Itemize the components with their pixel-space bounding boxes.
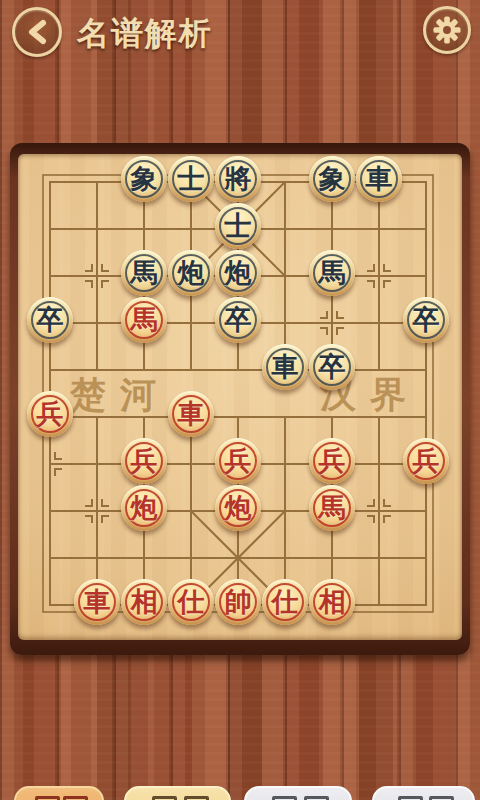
piece-black-pawn[interactable]: 卒 <box>27 297 73 343</box>
piece-character: 相 <box>309 579 355 625</box>
piece-black-pawn[interactable]: 卒 <box>403 297 449 343</box>
piece-red-cannon[interactable]: 炮 <box>215 485 261 531</box>
piece-character: 象 <box>309 156 355 202</box>
piece-black-chariot[interactable]: 車 <box>262 344 308 390</box>
piece-character: 炮 <box>168 250 214 296</box>
piece-black-elephant[interactable]: 象 <box>309 156 355 202</box>
piece-character: 車 <box>74 579 120 625</box>
piece-character: 將 <box>215 156 261 202</box>
piece-black-advisor[interactable]: 士 <box>168 156 214 202</box>
piece-red-pawn[interactable]: 兵 <box>27 391 73 437</box>
piece-red-elephant[interactable]: 相 <box>309 579 355 625</box>
piece-red-pawn[interactable]: 兵 <box>309 438 355 484</box>
piece-black-horse[interactable]: 馬 <box>121 250 167 296</box>
piece-character: 車 <box>262 344 308 390</box>
pieces-layer: 象士將象車士馬炮炮馬卒馬卒卒車卒兵車兵兵兵兵炮炮馬車相仕帥仕相 <box>18 154 462 640</box>
xiangqi-board[interactable]: 楚河 汉界 象士將象車士馬炮炮馬卒馬卒卒車卒兵車兵兵兵兵炮炮馬車相仕帥仕相 <box>10 143 470 655</box>
piece-character: 車 <box>168 391 214 437</box>
piece-black-chariot[interactable]: 車 <box>356 156 402 202</box>
board-surface[interactable]: 楚河 汉界 象士將象車士馬炮炮馬卒馬卒卒車卒兵車兵兵兵兵炮炮馬車相仕帥仕相 <box>18 154 462 640</box>
piece-character: 士 <box>215 203 261 249</box>
piece-red-elephant[interactable]: 相 <box>121 579 167 625</box>
piece-character: 卒 <box>403 297 449 343</box>
piece-character: 車 <box>356 156 402 202</box>
piece-character: 兵 <box>403 438 449 484</box>
piece-red-horse[interactable]: 馬 <box>309 485 355 531</box>
piece-black-elephant[interactable]: 象 <box>121 156 167 202</box>
piece-character: 卒 <box>309 344 355 390</box>
piece-black-king[interactable]: 將 <box>215 156 261 202</box>
piece-character: 馬 <box>309 485 355 531</box>
piece-character: 仕 <box>262 579 308 625</box>
page-title: 名谱解析 <box>77 12 213 56</box>
piece-character: 兵 <box>309 438 355 484</box>
piece-character: 馬 <box>121 250 167 296</box>
piece-red-horse[interactable]: 馬 <box>121 297 167 343</box>
piece-red-pawn[interactable]: 兵 <box>403 438 449 484</box>
toolbar-button-1[interactable] <box>14 786 104 800</box>
back-chevron-icon <box>24 18 50 46</box>
piece-character: 兵 <box>27 391 73 437</box>
piece-red-advisor[interactable]: 仕 <box>262 579 308 625</box>
piece-character: 卒 <box>27 297 73 343</box>
settings-button[interactable] <box>423 6 471 54</box>
piece-black-cannon[interactable]: 炮 <box>215 250 261 296</box>
piece-character: 象 <box>121 156 167 202</box>
toolbar-button-3[interactable] <box>244 786 352 800</box>
piece-character: 馬 <box>121 297 167 343</box>
piece-character: 帥 <box>215 579 261 625</box>
piece-red-chariot[interactable]: 車 <box>168 391 214 437</box>
toolbar-button-2[interactable] <box>124 786 231 800</box>
piece-black-horse[interactable]: 馬 <box>309 250 355 296</box>
header: 名谱解析 <box>0 0 480 62</box>
piece-character: 仕 <box>168 579 214 625</box>
piece-red-pawn[interactable]: 兵 <box>215 438 261 484</box>
piece-red-advisor[interactable]: 仕 <box>168 579 214 625</box>
piece-character: 士 <box>168 156 214 202</box>
piece-red-chariot[interactable]: 車 <box>74 579 120 625</box>
piece-character: 炮 <box>215 485 261 531</box>
piece-character: 馬 <box>309 250 355 296</box>
piece-black-cannon[interactable]: 炮 <box>168 250 214 296</box>
back-button[interactable] <box>12 7 62 57</box>
piece-black-pawn[interactable]: 卒 <box>309 344 355 390</box>
piece-character: 兵 <box>215 438 261 484</box>
piece-character: 卒 <box>215 297 261 343</box>
piece-character: 炮 <box>121 485 167 531</box>
piece-black-pawn[interactable]: 卒 <box>215 297 261 343</box>
toolbar-button-4[interactable] <box>372 786 475 800</box>
gear-icon <box>432 15 462 45</box>
piece-character: 相 <box>121 579 167 625</box>
piece-red-pawn[interactable]: 兵 <box>121 438 167 484</box>
piece-red-cannon[interactable]: 炮 <box>121 485 167 531</box>
piece-red-king[interactable]: 帥 <box>215 579 261 625</box>
piece-black-advisor[interactable]: 士 <box>215 203 261 249</box>
piece-character: 炮 <box>215 250 261 296</box>
piece-character: 兵 <box>121 438 167 484</box>
